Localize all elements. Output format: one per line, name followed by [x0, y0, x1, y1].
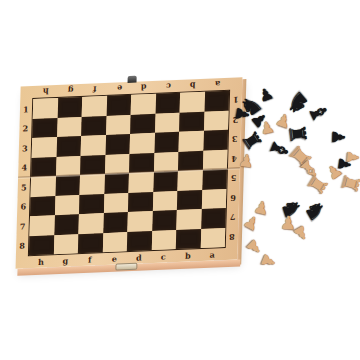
chess-piece-black-knight[interactable]: ♞	[300, 196, 330, 225]
photo-stage: hgfedcba hgfedcba 12345678 12345678 ♟♞♟♟…	[0, 0, 360, 360]
pieces-pile: ♟♞♟♟♞♝♜♝♜♟♟♞♞♟♟♜♟♝♟♜♟♜♟♟♟♟♟♟	[0, 0, 360, 360]
chess-piece-wood-pawn[interactable]: ♟	[237, 152, 254, 171]
chess-piece-wood-pawn[interactable]: ♟	[240, 212, 261, 234]
chess-piece-black-pawn[interactable]: ♟	[329, 129, 347, 145]
chess-piece-wood-pawn[interactable]: ♟	[258, 119, 275, 138]
chess-piece-wood-pawn[interactable]: ♟	[257, 251, 278, 272]
chess-piece-wood-pawn[interactable]: ♟	[343, 149, 360, 165]
chess-piece-wood-rook[interactable]: ♜	[337, 171, 360, 196]
